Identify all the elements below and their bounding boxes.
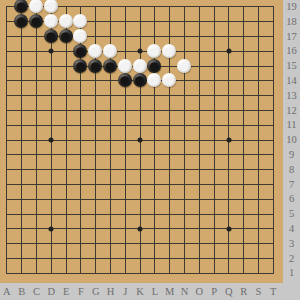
intersection-P13[interactable] xyxy=(206,88,221,103)
intersection-Q15[interactable] xyxy=(221,58,236,73)
intersection-O19[interactable] xyxy=(191,0,206,14)
intersection-E11[interactable] xyxy=(58,117,73,132)
intersection-L7[interactable] xyxy=(147,177,162,192)
intersection-K6[interactable] xyxy=(132,191,147,206)
intersection-T18[interactable] xyxy=(265,14,280,29)
intersection-N1[interactable] xyxy=(177,265,192,280)
intersection-A12[interactable] xyxy=(0,103,14,118)
intersection-P10[interactable] xyxy=(206,132,221,147)
intersection-R7[interactable] xyxy=(236,177,251,192)
intersection-D16[interactable] xyxy=(43,43,58,58)
intersection-E12[interactable] xyxy=(58,103,73,118)
intersection-R1[interactable] xyxy=(236,265,251,280)
intersection-F12[interactable] xyxy=(73,103,88,118)
intersection-O12[interactable] xyxy=(191,103,206,118)
intersection-R13[interactable] xyxy=(236,88,251,103)
intersection-H5[interactable] xyxy=(103,206,118,221)
intersection-J6[interactable] xyxy=(117,191,132,206)
intersection-J18[interactable] xyxy=(117,14,132,29)
intersection-L11[interactable] xyxy=(147,117,162,132)
intersection-L4[interactable] xyxy=(147,221,162,236)
intersection-B8[interactable] xyxy=(14,162,29,177)
intersection-D10[interactable] xyxy=(43,132,58,147)
intersection-B10[interactable] xyxy=(14,132,29,147)
intersection-P5[interactable] xyxy=(206,206,221,221)
intersection-B2[interactable] xyxy=(14,251,29,266)
intersection-H14[interactable] xyxy=(103,73,118,88)
intersection-R3[interactable] xyxy=(236,236,251,251)
intersection-G12[interactable] xyxy=(88,103,103,118)
intersection-P18[interactable] xyxy=(206,14,221,29)
intersection-A8[interactable] xyxy=(0,162,14,177)
intersection-M17[interactable] xyxy=(162,29,177,44)
intersection-A2[interactable] xyxy=(0,251,14,266)
intersection-R19[interactable] xyxy=(236,0,251,14)
intersection-C1[interactable] xyxy=(29,265,44,280)
intersection-H10[interactable] xyxy=(103,132,118,147)
intersection-R17[interactable] xyxy=(236,29,251,44)
intersection-O1[interactable] xyxy=(191,265,206,280)
intersection-N19[interactable] xyxy=(177,0,192,14)
intersection-K8[interactable] xyxy=(132,162,147,177)
intersection-T8[interactable] xyxy=(265,162,280,177)
intersection-S5[interactable] xyxy=(251,206,266,221)
intersection-S14[interactable] xyxy=(251,73,266,88)
intersection-E7[interactable] xyxy=(58,177,73,192)
intersection-P8[interactable] xyxy=(206,162,221,177)
intersection-T9[interactable] xyxy=(265,147,280,162)
intersection-B11[interactable] xyxy=(14,117,29,132)
intersection-L8[interactable] xyxy=(147,162,162,177)
intersection-J17[interactable] xyxy=(117,29,132,44)
intersection-O6[interactable] xyxy=(191,191,206,206)
intersection-T16[interactable] xyxy=(265,43,280,58)
intersection-N14[interactable] xyxy=(177,73,192,88)
intersection-A1[interactable] xyxy=(0,265,14,280)
intersection-L5[interactable] xyxy=(147,206,162,221)
intersection-T14[interactable] xyxy=(265,73,280,88)
intersection-M8[interactable] xyxy=(162,162,177,177)
intersection-G19[interactable] xyxy=(88,0,103,14)
intersection-O16[interactable] xyxy=(191,43,206,58)
intersection-F5[interactable] xyxy=(73,206,88,221)
intersection-N9[interactable] xyxy=(177,147,192,162)
intersection-A18[interactable] xyxy=(0,14,14,29)
intersection-Q16[interactable] xyxy=(221,43,236,58)
intersection-B12[interactable] xyxy=(14,103,29,118)
intersection-G17[interactable] xyxy=(88,29,103,44)
intersection-E15[interactable] xyxy=(58,58,73,73)
intersection-G5[interactable] xyxy=(88,206,103,221)
intersection-H19[interactable] xyxy=(103,0,118,14)
intersection-M5[interactable] xyxy=(162,206,177,221)
intersection-S10[interactable] xyxy=(251,132,266,147)
intersection-T17[interactable] xyxy=(265,29,280,44)
intersection-F6[interactable] xyxy=(73,191,88,206)
intersection-O7[interactable] xyxy=(191,177,206,192)
intersection-Q10[interactable] xyxy=(221,132,236,147)
intersection-E2[interactable] xyxy=(58,251,73,266)
intersection-D11[interactable] xyxy=(43,117,58,132)
intersection-M9[interactable] xyxy=(162,147,177,162)
intersection-H18[interactable] xyxy=(103,14,118,29)
intersection-B5[interactable] xyxy=(14,206,29,221)
intersection-A17[interactable] xyxy=(0,29,14,44)
intersection-H9[interactable] xyxy=(103,147,118,162)
intersection-M3[interactable] xyxy=(162,236,177,251)
intersection-C4[interactable] xyxy=(29,221,44,236)
intersection-N13[interactable] xyxy=(177,88,192,103)
intersection-C16[interactable] xyxy=(29,43,44,58)
intersection-K4[interactable] xyxy=(132,221,147,236)
intersection-Q5[interactable] xyxy=(221,206,236,221)
intersection-F10[interactable] xyxy=(73,132,88,147)
intersection-Q14[interactable] xyxy=(221,73,236,88)
intersection-P12[interactable] xyxy=(206,103,221,118)
intersection-D3[interactable] xyxy=(43,236,58,251)
intersection-R18[interactable] xyxy=(236,14,251,29)
intersection-T12[interactable] xyxy=(265,103,280,118)
intersection-T13[interactable] xyxy=(265,88,280,103)
intersection-A7[interactable] xyxy=(0,177,14,192)
intersection-O11[interactable] xyxy=(191,117,206,132)
intersection-L17[interactable] xyxy=(147,29,162,44)
intersection-K16[interactable] xyxy=(132,43,147,58)
intersection-T5[interactable] xyxy=(265,206,280,221)
intersection-C5[interactable] xyxy=(29,206,44,221)
intersection-D13[interactable] xyxy=(43,88,58,103)
intersection-T10[interactable] xyxy=(265,132,280,147)
intersection-R8[interactable] xyxy=(236,162,251,177)
intersection-K1[interactable] xyxy=(132,265,147,280)
intersection-G6[interactable] xyxy=(88,191,103,206)
intersection-P11[interactable] xyxy=(206,117,221,132)
intersection-G9[interactable] xyxy=(88,147,103,162)
intersection-A15[interactable] xyxy=(0,58,14,73)
intersection-A19[interactable] xyxy=(0,0,14,14)
intersection-M11[interactable] xyxy=(162,117,177,132)
intersection-D14[interactable] xyxy=(43,73,58,88)
intersection-B17[interactable] xyxy=(14,29,29,44)
intersection-P9[interactable] xyxy=(206,147,221,162)
intersection-R10[interactable] xyxy=(236,132,251,147)
intersection-H4[interactable] xyxy=(103,221,118,236)
intersection-B7[interactable] xyxy=(14,177,29,192)
intersection-F1[interactable] xyxy=(73,265,88,280)
intersection-C8[interactable] xyxy=(29,162,44,177)
intersection-H1[interactable] xyxy=(103,265,118,280)
intersection-L6[interactable] xyxy=(147,191,162,206)
intersection-K5[interactable] xyxy=(132,206,147,221)
intersection-T3[interactable] xyxy=(265,236,280,251)
intersection-B13[interactable] xyxy=(14,88,29,103)
intersection-Q13[interactable] xyxy=(221,88,236,103)
intersection-T2[interactable] xyxy=(265,251,280,266)
intersection-C17[interactable] xyxy=(29,29,44,44)
intersection-T4[interactable] xyxy=(265,221,280,236)
intersection-B6[interactable] xyxy=(14,191,29,206)
intersection-Q9[interactable] xyxy=(221,147,236,162)
intersection-E9[interactable] xyxy=(58,147,73,162)
intersection-S8[interactable] xyxy=(251,162,266,177)
intersection-S1[interactable] xyxy=(251,265,266,280)
intersection-H12[interactable] xyxy=(103,103,118,118)
intersection-Q2[interactable] xyxy=(221,251,236,266)
intersection-T6[interactable] xyxy=(265,191,280,206)
intersection-C15[interactable] xyxy=(29,58,44,73)
intersection-M15[interactable] xyxy=(162,58,177,73)
intersection-J19[interactable] xyxy=(117,0,132,14)
intersection-N10[interactable] xyxy=(177,132,192,147)
intersection-P17[interactable] xyxy=(206,29,221,44)
intersection-J8[interactable] xyxy=(117,162,132,177)
intersection-K17[interactable] xyxy=(132,29,147,44)
intersection-A11[interactable] xyxy=(0,117,14,132)
intersection-K13[interactable] xyxy=(132,88,147,103)
intersection-D1[interactable] xyxy=(43,265,58,280)
intersection-N8[interactable] xyxy=(177,162,192,177)
intersection-J13[interactable] xyxy=(117,88,132,103)
intersection-Q6[interactable] xyxy=(221,191,236,206)
intersection-O13[interactable] xyxy=(191,88,206,103)
intersection-F9[interactable] xyxy=(73,147,88,162)
intersection-J2[interactable] xyxy=(117,251,132,266)
intersection-S19[interactable] xyxy=(251,0,266,14)
intersection-A13[interactable] xyxy=(0,88,14,103)
intersection-J11[interactable] xyxy=(117,117,132,132)
intersection-O18[interactable] xyxy=(191,14,206,29)
intersection-B1[interactable] xyxy=(14,265,29,280)
intersection-F13[interactable] xyxy=(73,88,88,103)
intersection-S11[interactable] xyxy=(251,117,266,132)
intersection-O5[interactable] xyxy=(191,206,206,221)
intersection-N17[interactable] xyxy=(177,29,192,44)
intersection-Q18[interactable] xyxy=(221,14,236,29)
intersection-P19[interactable] xyxy=(206,0,221,14)
intersection-A10[interactable] xyxy=(0,132,14,147)
intersection-E16[interactable] xyxy=(58,43,73,58)
intersection-M6[interactable] xyxy=(162,191,177,206)
intersection-S15[interactable] xyxy=(251,58,266,73)
intersection-R4[interactable] xyxy=(236,221,251,236)
intersection-A16[interactable] xyxy=(0,43,14,58)
intersection-Q19[interactable] xyxy=(221,0,236,14)
intersection-E14[interactable] xyxy=(58,73,73,88)
intersection-T7[interactable] xyxy=(265,177,280,192)
intersection-E13[interactable] xyxy=(58,88,73,103)
intersection-T11[interactable] xyxy=(265,117,280,132)
intersection-S2[interactable] xyxy=(251,251,266,266)
intersection-R15[interactable] xyxy=(236,58,251,73)
intersection-F3[interactable] xyxy=(73,236,88,251)
intersection-S3[interactable] xyxy=(251,236,266,251)
intersection-G8[interactable] xyxy=(88,162,103,177)
intersection-Q17[interactable] xyxy=(221,29,236,44)
intersection-N5[interactable] xyxy=(177,206,192,221)
intersection-G3[interactable] xyxy=(88,236,103,251)
intersection-G1[interactable] xyxy=(88,265,103,280)
intersection-R16[interactable] xyxy=(236,43,251,58)
intersection-J12[interactable] xyxy=(117,103,132,118)
intersection-C6[interactable] xyxy=(29,191,44,206)
intersection-D15[interactable] xyxy=(43,58,58,73)
intersection-K9[interactable] xyxy=(132,147,147,162)
intersection-F19[interactable] xyxy=(73,0,88,14)
intersection-R12[interactable] xyxy=(236,103,251,118)
intersection-B15[interactable] xyxy=(14,58,29,73)
intersection-H17[interactable] xyxy=(103,29,118,44)
intersection-C12[interactable] xyxy=(29,103,44,118)
intersection-J5[interactable] xyxy=(117,206,132,221)
intersection-M10[interactable] xyxy=(162,132,177,147)
intersection-A14[interactable] xyxy=(0,73,14,88)
intersection-R6[interactable] xyxy=(236,191,251,206)
intersection-S13[interactable] xyxy=(251,88,266,103)
intersection-L10[interactable] xyxy=(147,132,162,147)
intersection-F2[interactable] xyxy=(73,251,88,266)
intersection-P14[interactable] xyxy=(206,73,221,88)
intersection-K19[interactable] xyxy=(132,0,147,14)
intersection-E1[interactable] xyxy=(58,265,73,280)
intersection-R14[interactable] xyxy=(236,73,251,88)
intersection-N2[interactable] xyxy=(177,251,192,266)
intersection-M2[interactable] xyxy=(162,251,177,266)
intersection-A5[interactable] xyxy=(0,206,14,221)
intersection-S7[interactable] xyxy=(251,177,266,192)
intersection-N18[interactable] xyxy=(177,14,192,29)
intersection-L3[interactable] xyxy=(147,236,162,251)
intersection-A4[interactable] xyxy=(0,221,14,236)
intersection-S4[interactable] xyxy=(251,221,266,236)
intersection-G18[interactable] xyxy=(88,14,103,29)
intersection-T19[interactable] xyxy=(265,0,280,14)
intersection-T15[interactable] xyxy=(265,58,280,73)
intersection-C14[interactable] xyxy=(29,73,44,88)
intersection-F8[interactable] xyxy=(73,162,88,177)
intersection-D9[interactable] xyxy=(43,147,58,162)
intersection-B16[interactable] xyxy=(14,43,29,58)
intersection-H8[interactable] xyxy=(103,162,118,177)
intersection-F7[interactable] xyxy=(73,177,88,192)
intersection-P2[interactable] xyxy=(206,251,221,266)
intersection-L2[interactable] xyxy=(147,251,162,266)
intersection-P6[interactable] xyxy=(206,191,221,206)
intersection-B4[interactable] xyxy=(14,221,29,236)
intersection-M18[interactable] xyxy=(162,14,177,29)
intersection-K12[interactable] xyxy=(132,103,147,118)
intersection-C2[interactable] xyxy=(29,251,44,266)
intersection-Q1[interactable] xyxy=(221,265,236,280)
intersection-J10[interactable] xyxy=(117,132,132,147)
intersection-N16[interactable] xyxy=(177,43,192,58)
intersection-D8[interactable] xyxy=(43,162,58,177)
intersection-Q12[interactable] xyxy=(221,103,236,118)
intersection-G2[interactable] xyxy=(88,251,103,266)
go-board[interactable]: ●●●●●●●●●●●●●●●●●●●●●●●●●●● xyxy=(0,0,283,283)
intersection-F4[interactable] xyxy=(73,221,88,236)
intersection-H11[interactable] xyxy=(103,117,118,132)
intersection-L13[interactable] xyxy=(147,88,162,103)
intersection-E5[interactable] xyxy=(58,206,73,221)
intersection-C13[interactable] xyxy=(29,88,44,103)
intersection-B9[interactable] xyxy=(14,147,29,162)
intersection-J7[interactable] xyxy=(117,177,132,192)
intersection-R2[interactable] xyxy=(236,251,251,266)
intersection-G11[interactable] xyxy=(88,117,103,132)
intersection-S9[interactable] xyxy=(251,147,266,162)
intersection-D2[interactable] xyxy=(43,251,58,266)
intersection-E3[interactable] xyxy=(58,236,73,251)
intersection-D5[interactable] xyxy=(43,206,58,221)
intersection-P16[interactable] xyxy=(206,43,221,58)
intersection-E8[interactable] xyxy=(58,162,73,177)
intersection-S6[interactable] xyxy=(251,191,266,206)
intersection-M13[interactable] xyxy=(162,88,177,103)
intersection-M7[interactable] xyxy=(162,177,177,192)
intersection-M1[interactable] xyxy=(162,265,177,280)
intersection-J3[interactable] xyxy=(117,236,132,251)
intersection-D7[interactable] xyxy=(43,177,58,192)
intersection-L12[interactable] xyxy=(147,103,162,118)
intersection-H2[interactable] xyxy=(103,251,118,266)
intersection-C11[interactable] xyxy=(29,117,44,132)
intersection-T1[interactable] xyxy=(265,265,280,280)
intersection-C9[interactable] xyxy=(29,147,44,162)
intersection-O15[interactable] xyxy=(191,58,206,73)
intersection-N7[interactable] xyxy=(177,177,192,192)
intersection-K10[interactable] xyxy=(132,132,147,147)
intersection-E4[interactable] xyxy=(58,221,73,236)
intersection-Q11[interactable] xyxy=(221,117,236,132)
intersection-E19[interactable] xyxy=(58,0,73,14)
intersection-D6[interactable] xyxy=(43,191,58,206)
intersection-F11[interactable] xyxy=(73,117,88,132)
intersection-R5[interactable] xyxy=(236,206,251,221)
intersection-H13[interactable] xyxy=(103,88,118,103)
intersection-G14[interactable] xyxy=(88,73,103,88)
intersection-G13[interactable] xyxy=(88,88,103,103)
intersection-J1[interactable] xyxy=(117,265,132,280)
intersection-F14[interactable] xyxy=(73,73,88,88)
intersection-L18[interactable] xyxy=(147,14,162,29)
intersection-L1[interactable] xyxy=(147,265,162,280)
intersection-E10[interactable] xyxy=(58,132,73,147)
intersection-K18[interactable] xyxy=(132,14,147,29)
intersection-N6[interactable] xyxy=(177,191,192,206)
intersection-Q3[interactable] xyxy=(221,236,236,251)
intersection-H6[interactable] xyxy=(103,191,118,206)
intersection-P1[interactable] xyxy=(206,265,221,280)
intersection-B3[interactable] xyxy=(14,236,29,251)
intersection-G10[interactable] xyxy=(88,132,103,147)
intersection-H3[interactable] xyxy=(103,236,118,251)
intersection-P3[interactable] xyxy=(206,236,221,251)
intersection-J9[interactable] xyxy=(117,147,132,162)
intersection-M4[interactable] xyxy=(162,221,177,236)
intersection-S16[interactable] xyxy=(251,43,266,58)
intersection-A9[interactable] xyxy=(0,147,14,162)
intersection-N4[interactable] xyxy=(177,221,192,236)
intersection-A3[interactable] xyxy=(0,236,14,251)
intersection-L9[interactable] xyxy=(147,147,162,162)
intersection-O9[interactable] xyxy=(191,147,206,162)
intersection-C3[interactable] xyxy=(29,236,44,251)
intersection-L19[interactable] xyxy=(147,0,162,14)
intersection-C7[interactable] xyxy=(29,177,44,192)
intersection-P7[interactable] xyxy=(206,177,221,192)
intersection-N12[interactable] xyxy=(177,103,192,118)
intersection-M12[interactable] xyxy=(162,103,177,118)
